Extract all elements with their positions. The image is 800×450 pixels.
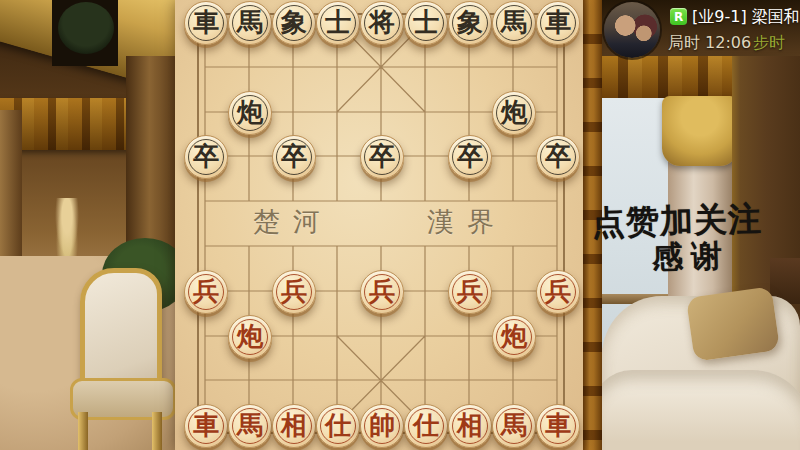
piece-red-soldier[interactable]: 兵 bbox=[184, 270, 228, 314]
piece-red-horse[interactable]: 馬 bbox=[228, 404, 272, 448]
piece-black-general[interactable]: 将 bbox=[360, 1, 404, 45]
white-sofa-seat bbox=[602, 370, 800, 450]
piece-red-general[interactable]: 帥 bbox=[360, 404, 404, 448]
gilded-room-left bbox=[0, 0, 178, 450]
piece-red-horse[interactable]: 馬 bbox=[492, 404, 536, 448]
piece-black-elephant[interactable]: 象 bbox=[272, 1, 316, 45]
piece-black-elephant[interactable]: 象 bbox=[448, 1, 492, 45]
piece-red-soldier[interactable]: 兵 bbox=[360, 270, 404, 314]
piece-black-cannon[interactable]: 炮 bbox=[228, 91, 272, 135]
board-grid bbox=[175, 0, 583, 450]
foliage-top bbox=[58, 2, 114, 54]
piece-black-soldier[interactable]: 卒 bbox=[184, 135, 228, 179]
piece-red-chariot[interactable]: 車 bbox=[536, 404, 580, 448]
gilded-chair bbox=[66, 262, 174, 448]
river-label-han: 漢界 bbox=[427, 204, 507, 240]
piece-black-chariot[interactable]: 車 bbox=[536, 1, 580, 45]
piece-red-advisor[interactable]: 仕 bbox=[404, 404, 448, 448]
piece-black-horse[interactable]: 馬 bbox=[492, 1, 536, 45]
piece-red-elephant[interactable]: 相 bbox=[448, 404, 492, 448]
river-label-chu: 楚河 bbox=[253, 204, 333, 240]
player-info-overlay: R [业9-1] 梁国和 局时 12:06 步时 bbox=[600, 0, 800, 60]
piece-red-chariot[interactable]: 車 bbox=[184, 404, 228, 448]
piece-black-advisor[interactable]: 士 bbox=[316, 1, 360, 45]
step-time-label: 步时 bbox=[753, 33, 785, 54]
wood-pilaster bbox=[0, 110, 22, 270]
xiangqi-board[interactable]: 楚河 漢界 車馬象士将士象馬車炮炮卒卒卒卒卒兵兵兵兵兵炮炮車馬相仕帥仕相馬車 bbox=[175, 0, 583, 450]
piece-black-chariot[interactable]: 車 bbox=[184, 1, 228, 45]
piece-black-cannon[interactable]: 炮 bbox=[492, 91, 536, 135]
player-name: [业9-1] 梁国和 bbox=[692, 7, 800, 28]
damask-pillow bbox=[686, 286, 780, 361]
piece-black-soldier[interactable]: 卒 bbox=[272, 135, 316, 179]
candelabra-glint bbox=[55, 198, 79, 256]
piece-red-soldier[interactable]: 兵 bbox=[448, 270, 492, 314]
piece-black-advisor[interactable]: 士 bbox=[404, 1, 448, 45]
piece-black-horse[interactable]: 馬 bbox=[228, 1, 272, 45]
piece-red-cannon[interactable]: 炮 bbox=[492, 315, 536, 359]
piece-red-soldier[interactable]: 兵 bbox=[536, 270, 580, 314]
rank-badge-icon: R bbox=[670, 8, 687, 25]
game-time: 局时 12:06 bbox=[668, 33, 751, 54]
wood-pilaster bbox=[126, 56, 178, 268]
piece-red-advisor[interactable]: 仕 bbox=[316, 404, 360, 448]
gold-corinthian-capital bbox=[662, 96, 738, 166]
piece-red-soldier[interactable]: 兵 bbox=[272, 270, 316, 314]
piece-black-soldier[interactable]: 卒 bbox=[360, 135, 404, 179]
webcam-avatar[interactable] bbox=[604, 2, 660, 58]
piece-red-elephant[interactable]: 相 bbox=[272, 404, 316, 448]
piece-red-cannon[interactable]: 炮 bbox=[228, 315, 272, 359]
caption-thanks: 感谢 bbox=[651, 235, 730, 279]
piece-black-soldier[interactable]: 卒 bbox=[448, 135, 492, 179]
piece-black-soldier[interactable]: 卒 bbox=[536, 135, 580, 179]
